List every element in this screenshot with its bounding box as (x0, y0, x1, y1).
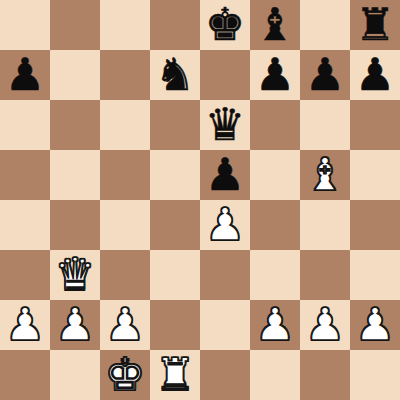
square-b2[interactable]: ♟ (50, 300, 100, 350)
square-h3[interactable] (350, 250, 400, 300)
square-e1[interactable] (200, 350, 250, 400)
piece-white-pawn[interactable]: ♟ (5, 300, 45, 350)
piece-white-pawn[interactable]: ♟ (105, 300, 145, 350)
square-b1[interactable] (50, 350, 100, 400)
piece-black-pawn[interactable]: ♟ (355, 50, 395, 100)
square-a1[interactable] (0, 350, 50, 400)
piece-black-queen[interactable]: ♛ (205, 100, 245, 150)
square-h6[interactable] (350, 100, 400, 150)
square-a4[interactable] (0, 200, 50, 250)
square-a3[interactable] (0, 250, 50, 300)
square-c7[interactable] (100, 50, 150, 100)
square-e5[interactable]: ♟ (200, 150, 250, 200)
square-c6[interactable] (100, 100, 150, 150)
square-h2[interactable]: ♟ (350, 300, 400, 350)
square-g3[interactable] (300, 250, 350, 300)
square-g1[interactable] (300, 350, 350, 400)
piece-black-rook[interactable]: ♜ (355, 0, 395, 50)
square-a8[interactable] (0, 0, 50, 50)
square-c4[interactable] (100, 200, 150, 250)
square-b4[interactable] (50, 200, 100, 250)
square-a2[interactable]: ♟ (0, 300, 50, 350)
square-a7[interactable]: ♟ (0, 50, 50, 100)
square-a5[interactable] (0, 150, 50, 200)
square-f5[interactable] (250, 150, 300, 200)
square-d2[interactable] (150, 300, 200, 350)
square-c3[interactable] (100, 250, 150, 300)
square-e2[interactable] (200, 300, 250, 350)
piece-black-knight[interactable]: ♞ (155, 50, 195, 100)
square-d7[interactable]: ♞ (150, 50, 200, 100)
square-f1[interactable] (250, 350, 300, 400)
square-g5[interactable]: ♝ (300, 150, 350, 200)
square-h5[interactable] (350, 150, 400, 200)
piece-white-king[interactable]: ♚ (105, 350, 145, 400)
square-a6[interactable] (0, 100, 50, 150)
square-d4[interactable] (150, 200, 200, 250)
square-g2[interactable]: ♟ (300, 300, 350, 350)
square-f6[interactable] (250, 100, 300, 150)
square-f7[interactable]: ♟ (250, 50, 300, 100)
square-c5[interactable] (100, 150, 150, 200)
piece-black-king[interactable]: ♚ (205, 0, 245, 50)
piece-white-pawn[interactable]: ♟ (355, 300, 395, 350)
square-c1[interactable]: ♚ (100, 350, 150, 400)
square-g6[interactable] (300, 100, 350, 150)
square-e6[interactable]: ♛ (200, 100, 250, 150)
piece-black-pawn[interactable]: ♟ (255, 50, 295, 100)
square-h7[interactable]: ♟ (350, 50, 400, 100)
square-e4[interactable]: ♟ (200, 200, 250, 250)
square-c8[interactable] (100, 0, 150, 50)
piece-white-pawn[interactable]: ♟ (55, 300, 95, 350)
square-d1[interactable]: ♜ (150, 350, 200, 400)
square-b5[interactable] (50, 150, 100, 200)
square-f4[interactable] (250, 200, 300, 250)
piece-white-pawn[interactable]: ♟ (255, 300, 295, 350)
square-f2[interactable]: ♟ (250, 300, 300, 350)
square-b7[interactable] (50, 50, 100, 100)
square-g7[interactable]: ♟ (300, 50, 350, 100)
piece-black-bishop[interactable]: ♝ (255, 0, 295, 50)
square-b3[interactable]: ♛ (50, 250, 100, 300)
square-b6[interactable] (50, 100, 100, 150)
piece-black-pawn[interactable]: ♟ (305, 50, 345, 100)
piece-black-pawn[interactable]: ♟ (205, 150, 245, 200)
piece-white-pawn[interactable]: ♟ (305, 300, 345, 350)
square-e7[interactable] (200, 50, 250, 100)
square-b8[interactable] (50, 0, 100, 50)
piece-white-bishop[interactable]: ♝ (305, 150, 345, 200)
piece-white-queen[interactable]: ♛ (55, 250, 95, 300)
square-h1[interactable] (350, 350, 400, 400)
chess-board: ♚♝♜♟♞♟♟♟♛♟♝♟♛♟♟♟♟♟♟♚♜ (0, 0, 400, 400)
square-d8[interactable] (150, 0, 200, 50)
square-g8[interactable] (300, 0, 350, 50)
piece-black-pawn[interactable]: ♟ (5, 50, 45, 100)
piece-white-pawn[interactable]: ♟ (205, 200, 245, 250)
square-f8[interactable]: ♝ (250, 0, 300, 50)
square-f3[interactable] (250, 250, 300, 300)
square-e8[interactable]: ♚ (200, 0, 250, 50)
square-g4[interactable] (300, 200, 350, 250)
square-d5[interactable] (150, 150, 200, 200)
piece-white-rook[interactable]: ♜ (155, 350, 195, 400)
square-h8[interactable]: ♜ (350, 0, 400, 50)
square-e3[interactable] (200, 250, 250, 300)
square-d6[interactable] (150, 100, 200, 150)
square-h4[interactable] (350, 200, 400, 250)
square-d3[interactable] (150, 250, 200, 300)
square-c2[interactable]: ♟ (100, 300, 150, 350)
